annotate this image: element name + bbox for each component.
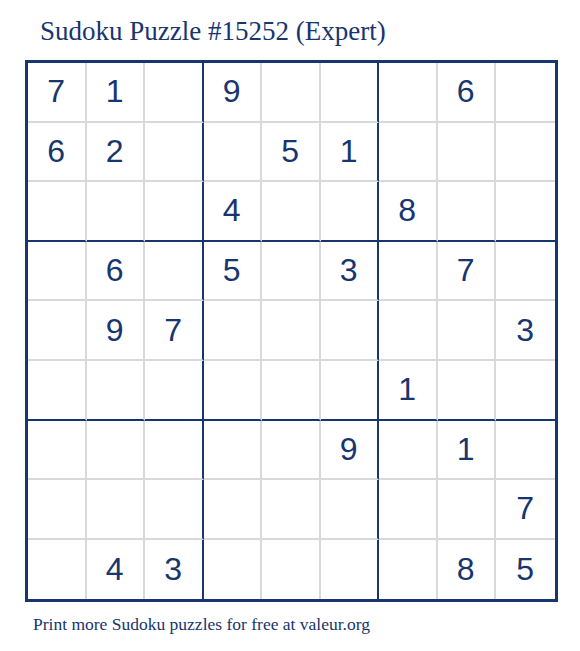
sudoku-cell-r8c6 xyxy=(321,480,380,540)
sudoku-cell-r3c8 xyxy=(438,182,497,242)
sudoku-cell-r6c8 xyxy=(438,361,497,421)
sudoku-cell-r8c9: 7 xyxy=(496,480,555,540)
sudoku-cell-r2c1: 6 xyxy=(28,123,87,183)
sudoku-cell-r3c9 xyxy=(496,182,555,242)
sudoku-cell-r4c5 xyxy=(262,242,321,302)
sudoku-cell-r1c4: 9 xyxy=(204,63,263,123)
sudoku-cell-r3c1 xyxy=(28,182,87,242)
sudoku-cell-r5c9: 3 xyxy=(496,301,555,361)
sudoku-cell-r2c7 xyxy=(379,123,438,183)
sudoku-cell-r3c3 xyxy=(145,182,204,242)
sudoku-cell-r7c7 xyxy=(379,421,438,481)
sudoku-cell-r6c7: 1 xyxy=(379,361,438,421)
sudoku-cell-r4c6: 3 xyxy=(321,242,380,302)
sudoku-cell-r4c9 xyxy=(496,242,555,302)
sudoku-cell-r2c6: 1 xyxy=(321,123,380,183)
sudoku-cell-r1c5 xyxy=(262,63,321,123)
sudoku-cell-r3c2 xyxy=(87,182,146,242)
sudoku-cell-r9c8: 8 xyxy=(438,540,497,600)
sudoku-cell-r5c6 xyxy=(321,301,380,361)
sudoku-cell-r7c9 xyxy=(496,421,555,481)
sudoku-cell-r5c2: 9 xyxy=(87,301,146,361)
sudoku-cell-r2c3 xyxy=(145,123,204,183)
sudoku-cell-r1c1: 7 xyxy=(28,63,87,123)
sudoku-cell-r6c6 xyxy=(321,361,380,421)
sudoku-cell-r1c9 xyxy=(496,63,555,123)
sudoku-cell-r9c2: 4 xyxy=(87,540,146,600)
sudoku-cell-r8c1 xyxy=(28,480,87,540)
sudoku-cell-r5c4 xyxy=(204,301,263,361)
sudoku-cell-r8c3 xyxy=(145,480,204,540)
sudoku-cell-r2c8 xyxy=(438,123,497,183)
sudoku-cell-r5c7 xyxy=(379,301,438,361)
sudoku-cell-r3c7: 8 xyxy=(379,182,438,242)
sudoku-cell-r8c2 xyxy=(87,480,146,540)
sudoku-cell-r8c8 xyxy=(438,480,497,540)
sudoku-cell-r5c5 xyxy=(262,301,321,361)
sudoku-cell-r5c3: 7 xyxy=(145,301,204,361)
sudoku-cell-r4c8: 7 xyxy=(438,242,497,302)
printable-sudoku-page: { "game": "sudoku", "title": "Sudoku Puz… xyxy=(0,0,580,651)
sudoku-cell-r8c4 xyxy=(204,480,263,540)
sudoku-grid: 7196625148653797319174385 xyxy=(25,60,558,602)
sudoku-cell-r2c2: 2 xyxy=(87,123,146,183)
sudoku-cell-r7c4 xyxy=(204,421,263,481)
sudoku-cell-r4c1 xyxy=(28,242,87,302)
sudoku-cell-r8c7 xyxy=(379,480,438,540)
sudoku-cell-r1c6 xyxy=(321,63,380,123)
sudoku-cell-r3c5 xyxy=(262,182,321,242)
sudoku-cell-r6c3 xyxy=(145,361,204,421)
sudoku-cell-r9c5 xyxy=(262,540,321,600)
sudoku-cell-r6c4 xyxy=(204,361,263,421)
page-title: Sudoku Puzzle #15252 (Expert) xyxy=(40,16,386,47)
sudoku-cell-r6c2 xyxy=(87,361,146,421)
sudoku-cell-r5c8 xyxy=(438,301,497,361)
sudoku-cell-r1c7 xyxy=(379,63,438,123)
sudoku-cell-r4c7 xyxy=(379,242,438,302)
sudoku-cell-r1c3 xyxy=(145,63,204,123)
sudoku-cell-r6c5 xyxy=(262,361,321,421)
sudoku-cell-r8c5 xyxy=(262,480,321,540)
sudoku-cell-r7c3 xyxy=(145,421,204,481)
sudoku-cell-r2c4 xyxy=(204,123,263,183)
footer-text: Print more Sudoku puzzles for free at va… xyxy=(33,614,370,635)
sudoku-cell-r2c5: 5 xyxy=(262,123,321,183)
sudoku-cell-r6c1 xyxy=(28,361,87,421)
sudoku-cell-r5c1 xyxy=(28,301,87,361)
sudoku-cell-r3c4: 4 xyxy=(204,182,263,242)
sudoku-cell-r7c8: 1 xyxy=(438,421,497,481)
sudoku-cell-r4c3 xyxy=(145,242,204,302)
sudoku-cell-r9c9: 5 xyxy=(496,540,555,600)
sudoku-cell-r7c2 xyxy=(87,421,146,481)
sudoku-cell-r9c3: 3 xyxy=(145,540,204,600)
sudoku-cell-r2c9 xyxy=(496,123,555,183)
sudoku-cell-r4c4: 5 xyxy=(204,242,263,302)
sudoku-cell-r1c8: 6 xyxy=(438,63,497,123)
sudoku-cell-r9c6 xyxy=(321,540,380,600)
sudoku-cell-r1c2: 1 xyxy=(87,63,146,123)
sudoku-cell-r7c1 xyxy=(28,421,87,481)
sudoku-cell-r9c4 xyxy=(204,540,263,600)
sudoku-cell-r4c2: 6 xyxy=(87,242,146,302)
sudoku-cell-r9c7 xyxy=(379,540,438,600)
sudoku-cell-r7c6: 9 xyxy=(321,421,380,481)
sudoku-cell-r3c6 xyxy=(321,182,380,242)
sudoku-cell-r7c5 xyxy=(262,421,321,481)
sudoku-cell-r6c9 xyxy=(496,361,555,421)
sudoku-cell-r9c1 xyxy=(28,540,87,600)
